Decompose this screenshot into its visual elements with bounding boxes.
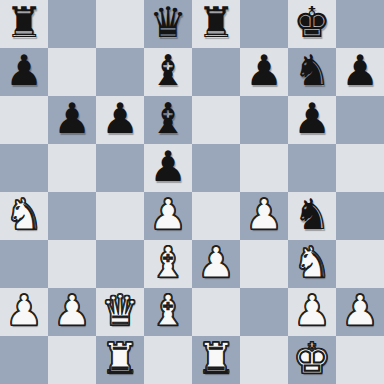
square-f2[interactable]: [240, 288, 288, 336]
black-rook-piece[interactable]: ♜: [5, 0, 43, 47]
square-g5[interactable]: [288, 144, 336, 192]
square-d2[interactable]: ♝: [144, 288, 192, 336]
white-bishop-piece[interactable]: ♝: [149, 287, 187, 335]
square-h2[interactable]: ♟: [336, 288, 384, 336]
white-bishop-piece[interactable]: ♝: [149, 239, 187, 287]
square-h4[interactable]: [336, 192, 384, 240]
square-c5[interactable]: [96, 144, 144, 192]
white-pawn-piece[interactable]: ♟: [5, 287, 43, 335]
square-a3[interactable]: [0, 240, 48, 288]
square-f8[interactable]: [240, 0, 288, 48]
square-d8[interactable]: ♛: [144, 0, 192, 48]
white-knight-piece[interactable]: ♞: [293, 239, 331, 287]
square-a4[interactable]: ♞: [0, 192, 48, 240]
white-pawn-piece[interactable]: ♟: [245, 191, 283, 239]
square-a5[interactable]: [0, 144, 48, 192]
black-bishop-piece[interactable]: ♝: [149, 47, 187, 95]
white-pawn-piece[interactable]: ♟: [341, 287, 379, 335]
square-g2[interactable]: ♟: [288, 288, 336, 336]
square-d6[interactable]: ♝: [144, 96, 192, 144]
square-b7[interactable]: [48, 48, 96, 96]
square-d1[interactable]: [144, 336, 192, 384]
square-e6[interactable]: [192, 96, 240, 144]
black-knight-piece[interactable]: ♞: [293, 47, 331, 95]
square-f7[interactable]: ♟: [240, 48, 288, 96]
square-g8[interactable]: ♚: [288, 0, 336, 48]
white-king-piece[interactable]: ♚: [293, 335, 331, 383]
black-pawn-piece[interactable]: ♟: [53, 95, 91, 143]
square-d5[interactable]: ♟: [144, 144, 192, 192]
black-pawn-piece[interactable]: ♟: [293, 95, 331, 143]
white-pawn-piece[interactable]: ♟: [53, 287, 91, 335]
square-a6[interactable]: [0, 96, 48, 144]
black-knight-piece[interactable]: ♞: [293, 191, 331, 239]
square-a1[interactable]: [0, 336, 48, 384]
square-g1[interactable]: ♚: [288, 336, 336, 384]
square-e4[interactable]: [192, 192, 240, 240]
white-rook-piece[interactable]: ♜: [197, 335, 235, 383]
white-pawn-piece[interactable]: ♟: [149, 191, 187, 239]
white-queen-piece[interactable]: ♛: [101, 287, 139, 335]
square-b5[interactable]: [48, 144, 96, 192]
square-h5[interactable]: [336, 144, 384, 192]
square-b4[interactable]: [48, 192, 96, 240]
square-g6[interactable]: ♟: [288, 96, 336, 144]
square-h8[interactable]: [336, 0, 384, 48]
black-pawn-piece[interactable]: ♟: [149, 143, 187, 191]
square-f5[interactable]: [240, 144, 288, 192]
square-g7[interactable]: ♞: [288, 48, 336, 96]
square-b3[interactable]: [48, 240, 96, 288]
black-pawn-piece[interactable]: ♟: [101, 95, 139, 143]
square-c1[interactable]: ♜: [96, 336, 144, 384]
white-pawn-piece[interactable]: ♟: [197, 239, 235, 287]
square-h6[interactable]: [336, 96, 384, 144]
square-c6[interactable]: ♟: [96, 96, 144, 144]
square-c8[interactable]: [96, 0, 144, 48]
chess-board: ♜♛♜♚♟♝♟♞♟♟♟♝♟♟♞♟♟♞♝♟♞♟♟♛♝♟♟♜♜♚: [0, 0, 384, 384]
square-a7[interactable]: ♟: [0, 48, 48, 96]
black-pawn-piece[interactable]: ♟: [341, 47, 379, 95]
square-h3[interactable]: [336, 240, 384, 288]
square-g3[interactable]: ♞: [288, 240, 336, 288]
square-f6[interactable]: [240, 96, 288, 144]
square-f4[interactable]: ♟: [240, 192, 288, 240]
square-c7[interactable]: [96, 48, 144, 96]
square-f1[interactable]: [240, 336, 288, 384]
square-e8[interactable]: ♜: [192, 0, 240, 48]
square-c4[interactable]: [96, 192, 144, 240]
square-d4[interactable]: ♟: [144, 192, 192, 240]
square-a2[interactable]: ♟: [0, 288, 48, 336]
square-e1[interactable]: ♜: [192, 336, 240, 384]
square-a8[interactable]: ♜: [0, 0, 48, 48]
white-knight-piece[interactable]: ♞: [5, 191, 43, 239]
square-e7[interactable]: [192, 48, 240, 96]
square-b2[interactable]: ♟: [48, 288, 96, 336]
square-e3[interactable]: ♟: [192, 240, 240, 288]
square-c3[interactable]: [96, 240, 144, 288]
black-pawn-piece[interactable]: ♟: [245, 47, 283, 95]
black-king-piece[interactable]: ♚: [293, 0, 331, 47]
square-e5[interactable]: [192, 144, 240, 192]
square-e2[interactable]: [192, 288, 240, 336]
square-d7[interactable]: ♝: [144, 48, 192, 96]
black-queen-piece[interactable]: ♛: [149, 0, 187, 47]
square-f3[interactable]: [240, 240, 288, 288]
square-c2[interactable]: ♛: [96, 288, 144, 336]
square-h7[interactable]: ♟: [336, 48, 384, 96]
square-h1[interactable]: [336, 336, 384, 384]
square-g4[interactable]: ♞: [288, 192, 336, 240]
square-b8[interactable]: [48, 0, 96, 48]
white-pawn-piece[interactable]: ♟: [293, 287, 331, 335]
black-bishop-piece[interactable]: ♝: [149, 95, 187, 143]
square-b1[interactable]: [48, 336, 96, 384]
square-d3[interactable]: ♝: [144, 240, 192, 288]
square-b6[interactable]: ♟: [48, 96, 96, 144]
black-rook-piece[interactable]: ♜: [197, 0, 235, 47]
black-pawn-piece[interactable]: ♟: [5, 47, 43, 95]
white-rook-piece[interactable]: ♜: [101, 335, 139, 383]
